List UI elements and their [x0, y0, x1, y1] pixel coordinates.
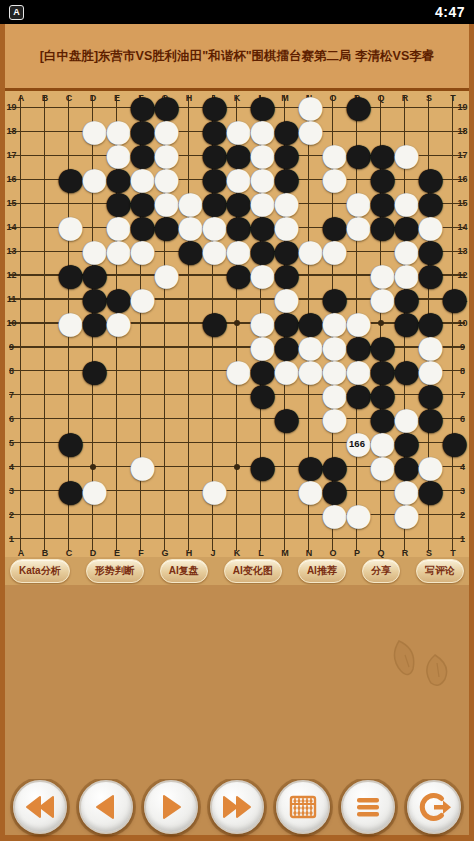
leaf-decoration-icon: [387, 627, 457, 689]
row-label-left-4: 4: [5, 462, 18, 472]
row-label-left-6: 6: [5, 414, 18, 424]
column-label-bottom-K: K: [225, 548, 249, 558]
column-label-top-S: S: [417, 93, 441, 103]
white-stone-O16[interactable]: ●: [321, 167, 345, 191]
hoshi-point: [90, 464, 96, 470]
action-button-4[interactable]: AI推荐: [298, 559, 346, 583]
black-stone-D8[interactable]: ●: [81, 359, 105, 383]
row-label-left-7: 7: [5, 390, 18, 400]
white-stone-Q11[interactable]: ●: [369, 287, 393, 311]
row-label-right-18: 18: [456, 126, 469, 136]
white-stone-R2[interactable]: ●: [393, 503, 417, 527]
title-bar: [白中盘胜]东营市VS胜利油田"和谐杯"围棋擂台赛第二局 李清松VS李睿: [5, 24, 469, 91]
column-label-bottom-M: M: [273, 548, 297, 558]
column-label-bottom-N: N: [297, 548, 321, 558]
black-stone-S12[interactable]: ●: [417, 263, 441, 287]
double-left-triangle-icon: [24, 791, 56, 823]
black-stone-K12[interactable]: ●: [225, 263, 249, 287]
white-stone-E13[interactable]: ●: [105, 239, 129, 263]
column-label-bottom-G: G: [153, 548, 177, 558]
white-stone-N8[interactable]: ●: [297, 359, 321, 383]
column-label-top-M: M: [273, 93, 297, 103]
white-stone-N13[interactable]: ●: [297, 239, 321, 263]
previous-move-button[interactable]: [79, 780, 133, 834]
column-label-top-B: B: [33, 93, 57, 103]
forward-to-end-button[interactable]: [210, 780, 264, 834]
action-button-2[interactable]: AI复盘: [160, 559, 208, 583]
black-stone-T5[interactable]: ●: [441, 431, 465, 455]
row-label-right-2: 2: [456, 510, 469, 520]
menu-button[interactable]: [341, 780, 395, 834]
black-stone-C12[interactable]: ●: [57, 263, 81, 287]
column-label-bottom-S: S: [417, 548, 441, 558]
column-label-top-H: H: [177, 93, 201, 103]
white-stone-O2[interactable]: ●: [321, 503, 345, 527]
row-label-left-2: 2: [5, 510, 18, 520]
column-label-bottom-P: P: [345, 548, 369, 558]
white-stone-R17[interactable]: ●: [393, 143, 417, 167]
white-stone-D3[interactable]: ●: [81, 479, 105, 503]
action-button-row: Kata分析形势判断AI复盘AI变化图AI推荐分享写评论: [5, 557, 469, 585]
black-stone-C5[interactable]: ●: [57, 431, 81, 455]
black-stone-Q14[interactable]: ●: [369, 215, 393, 239]
next-move-button[interactable]: [144, 780, 198, 834]
wood-background-panel: [5, 585, 469, 779]
navigation-toolbar: [5, 779, 469, 835]
row-label-right-9: 9: [456, 342, 469, 352]
black-stone-L7[interactable]: ●: [249, 383, 273, 407]
circular-arrow-icon: [417, 791, 451, 823]
white-stone-P14[interactable]: ●: [345, 215, 369, 239]
status-clock: 4:47: [435, 4, 465, 20]
row-label-right-8: 8: [456, 366, 469, 376]
column-label-bottom-T: T: [441, 548, 465, 558]
column-label-bottom-D: D: [81, 548, 105, 558]
row-label-left-13: 13: [5, 246, 18, 256]
row-label-left-15: 15: [5, 198, 18, 208]
black-stone-P7[interactable]: ●: [345, 383, 369, 407]
status-bar: A 4:47: [0, 0, 474, 24]
black-stone-R10[interactable]: ●: [393, 311, 417, 335]
notification-app-icon: A: [9, 5, 24, 20]
black-stone-C3[interactable]: ●: [57, 479, 81, 503]
white-stone-F13[interactable]: ●: [129, 239, 153, 263]
row-label-left-17: 17: [5, 150, 18, 160]
black-stone-J10[interactable]: ●: [201, 311, 225, 335]
white-stone-F11[interactable]: ●: [129, 287, 153, 311]
column-label-bottom-B: B: [33, 548, 57, 558]
right-triangle-icon: [155, 791, 187, 823]
row-label-right-3: 3: [456, 486, 469, 496]
go-app-screen: { "status_bar": { "time": "4:47", "app_i…: [0, 0, 474, 841]
white-stone-J13[interactable]: ●: [201, 239, 225, 263]
abacus-icon: [287, 791, 319, 823]
column-label-top-O: O: [321, 93, 345, 103]
row-label-right-4: 4: [456, 462, 469, 472]
row-label-right-1: 1: [456, 534, 469, 544]
left-triangle-icon: [90, 791, 122, 823]
board-grid[interactable]: ●●●●●●●●●●●●●●●●●●●●●●●●●●●●●●●●●●●●●●●●…: [9, 95, 465, 551]
row-label-left-3: 3: [5, 486, 18, 496]
last-move-number: 166: [345, 431, 369, 455]
white-stone-M8[interactable]: ●: [273, 359, 297, 383]
white-stone-D16[interactable]: ●: [81, 167, 105, 191]
black-stone-H13[interactable]: ●: [177, 239, 201, 263]
row-label-left-10: 10: [5, 318, 18, 328]
black-stone-M6[interactable]: ●: [273, 407, 297, 431]
black-stone-T11[interactable]: ●: [441, 287, 465, 311]
action-button-0[interactable]: Kata分析: [10, 559, 70, 583]
white-stone-C10[interactable]: ●: [57, 311, 81, 335]
column-label-top-K: K: [225, 93, 249, 103]
row-label-left-8: 8: [5, 366, 18, 376]
column-label-top-D: D: [81, 93, 105, 103]
white-stone-F4[interactable]: ●: [129, 455, 153, 479]
column-label-bottom-F: F: [129, 548, 153, 558]
action-button-5[interactable]: 分享: [362, 559, 400, 583]
action-button-6[interactable]: 写评论: [416, 559, 464, 583]
row-label-right-6: 6: [456, 414, 469, 424]
hoshi-point: [378, 320, 384, 326]
column-label-bottom-H: H: [177, 548, 201, 558]
column-label-bottom-C: C: [57, 548, 81, 558]
column-label-bottom-Q: Q: [369, 548, 393, 558]
white-stone-C14[interactable]: ●: [57, 215, 81, 239]
white-stone-O6[interactable]: ●: [321, 407, 345, 431]
action-button-3[interactable]: AI变化图: [224, 559, 282, 583]
row-label-right-15: 15: [456, 198, 469, 208]
row-label-right-10: 10: [456, 318, 469, 328]
hoshi-point: [234, 464, 240, 470]
row-label-right-19: 19: [456, 102, 469, 112]
black-stone-P19[interactable]: ●: [345, 95, 369, 119]
column-label-bottom-A: A: [9, 548, 33, 558]
white-stone-O13[interactable]: ●: [321, 239, 345, 263]
row-label-left-19: 19: [5, 102, 18, 112]
white-stone-L12[interactable]: ●: [249, 263, 273, 287]
black-stone-R8[interactable]: ●: [393, 359, 417, 383]
row-label-left-1: 1: [5, 534, 18, 544]
white-stone-Q4[interactable]: ●: [369, 455, 393, 479]
white-stone-N3[interactable]: ●: [297, 479, 321, 503]
action-button-1[interactable]: 形势判断: [86, 559, 144, 583]
row-label-right-12: 12: [456, 270, 469, 280]
black-stone-G14[interactable]: ●: [153, 215, 177, 239]
hamburger-icon: [352, 791, 384, 823]
game-title: [白中盘胜]东营市VS胜利油田"和谐杯"围棋擂台赛第二局 李清松VS李睿: [40, 48, 435, 64]
pass-return-button[interactable]: [407, 780, 461, 834]
go-board[interactable]: ●●●●●●●●●●●●●●●●●●●●●●●●●●●●●●●●●●●●●●●●…: [5, 91, 469, 557]
white-stone-J3[interactable]: ●: [201, 479, 225, 503]
white-stone-P2[interactable]: ●: [345, 503, 369, 527]
row-label-left-5: 5: [5, 438, 18, 448]
rewind-to-start-button[interactable]: [13, 780, 67, 834]
row-label-left-11: 11: [5, 294, 18, 304]
white-stone-D18[interactable]: ●: [81, 119, 105, 143]
row-label-right-16: 16: [456, 174, 469, 184]
app-frame: [白中盘胜]东营市VS胜利油田"和谐杯"围棋擂台赛第二局 李清松VS李睿 ●●●…: [0, 24, 474, 841]
column-label-top-R: R: [393, 93, 417, 103]
white-stone-G12[interactable]: ●: [153, 263, 177, 287]
column-label-bottom-E: E: [105, 548, 129, 558]
column-label-bottom-R: R: [393, 548, 417, 558]
column-label-bottom-O: O: [321, 548, 345, 558]
column-label-bottom-J: J: [201, 548, 225, 558]
row-label-left-12: 12: [5, 270, 18, 280]
column-label-top-Q: Q: [369, 93, 393, 103]
row-label-right-17: 17: [456, 150, 469, 160]
row-label-right-14: 14: [456, 222, 469, 232]
hoshi-point: [234, 320, 240, 326]
row-label-right-13: 13: [456, 246, 469, 256]
double-right-triangle-icon: [221, 791, 253, 823]
black-stone-P17[interactable]: ●: [345, 143, 369, 167]
row-label-right-7: 7: [456, 390, 469, 400]
row-label-left-9: 9: [5, 342, 18, 352]
row-label-left-16: 16: [5, 174, 18, 184]
column-label-top-C: C: [57, 93, 81, 103]
black-stone-S6[interactable]: ●: [417, 407, 441, 431]
row-label-left-18: 18: [5, 126, 18, 136]
column-label-top-E: E: [105, 93, 129, 103]
column-label-bottom-L: L: [249, 548, 273, 558]
row-label-left-14: 14: [5, 222, 18, 232]
white-stone-K8[interactable]: ●: [225, 359, 249, 383]
black-stone-D10[interactable]: ●: [81, 311, 105, 335]
white-stone-E10[interactable]: ●: [105, 311, 129, 335]
black-stone-L4[interactable]: ●: [249, 455, 273, 479]
white-stone-N18[interactable]: ●: [297, 119, 321, 143]
count-score-button[interactable]: [276, 780, 330, 834]
black-stone-C16[interactable]: ●: [57, 167, 81, 191]
black-stone-S3[interactable]: ●: [417, 479, 441, 503]
